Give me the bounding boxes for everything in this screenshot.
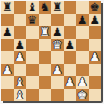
square-b8[interactable] — [14, 1, 27, 14]
square-f2[interactable]: ♟ — [64, 76, 77, 89]
black-rook[interactable]: ♜ — [52, 1, 62, 13]
white-bishop[interactable]: ♝ — [15, 76, 25, 88]
square-g6[interactable] — [76, 26, 89, 39]
black-king[interactable]: ♚ — [90, 1, 100, 13]
square-h6[interactable] — [89, 26, 102, 39]
black-queen[interactable]: ♛ — [27, 14, 37, 26]
white-bishop[interactable]: ♝ — [15, 89, 25, 101]
square-h2[interactable] — [89, 76, 102, 89]
square-a5[interactable] — [1, 39, 14, 52]
square-e4[interactable] — [51, 51, 64, 64]
square-a6[interactable]: ♟ — [1, 26, 14, 39]
black-pawn[interactable]: ♟ — [15, 39, 25, 51]
square-d8[interactable]: ♞ — [39, 1, 52, 14]
square-g7[interactable]: ♟ — [76, 14, 89, 27]
white-queen[interactable]: ♛ — [52, 39, 62, 51]
square-b6[interactable] — [14, 26, 27, 39]
square-f7[interactable] — [64, 14, 77, 27]
square-a7[interactable] — [1, 14, 14, 27]
square-f5[interactable]: ♟ — [64, 39, 77, 52]
square-e2[interactable] — [51, 76, 64, 89]
square-h8[interactable]: ♚ — [89, 1, 102, 14]
white-pawn[interactable]: ♟ — [52, 64, 62, 76]
square-g2[interactable]: ♟ — [76, 76, 89, 89]
square-d1[interactable] — [39, 89, 52, 102]
square-e7[interactable] — [51, 14, 64, 27]
white-pawn[interactable]: ♟ — [2, 64, 12, 76]
square-a3[interactable]: ♟ — [1, 64, 14, 77]
black-knight[interactable]: ♞ — [40, 1, 50, 13]
black-pawn[interactable]: ♟ — [77, 14, 87, 26]
square-d2[interactable] — [39, 76, 52, 89]
square-c3[interactable] — [26, 64, 39, 77]
square-c2[interactable] — [26, 76, 39, 89]
square-g4[interactable] — [76, 51, 89, 64]
square-c6[interactable] — [26, 26, 39, 39]
white-rook[interactable]: ♜ — [40, 26, 50, 38]
square-c5[interactable] — [26, 39, 39, 52]
black-bishop[interactable]: ♝ — [27, 1, 37, 13]
square-b4[interactable]: ♟ — [14, 51, 27, 64]
white-pawn[interactable]: ♟ — [77, 76, 87, 88]
square-e5[interactable]: ♛ — [51, 39, 64, 52]
chess-board: ♜♝♞♜♚♛♟♟♟♜♟♟♛♟♟♟♟♟♝♟♟♝♚ — [1, 1, 101, 101]
chess-board-window: ♜♝♞♜♚♛♟♟♟♜♟♟♛♟♟♟♟♟♝♟♟♝♚ — [0, 0, 104, 104]
black-pawn[interactable]: ♟ — [52, 26, 62, 38]
square-h3[interactable] — [89, 64, 102, 77]
square-b7[interactable] — [14, 14, 27, 27]
square-c7[interactable]: ♛ — [26, 14, 39, 27]
white-pawn[interactable]: ♟ — [90, 51, 100, 63]
black-pawn[interactable]: ♟ — [65, 39, 75, 51]
square-f4[interactable] — [64, 51, 77, 64]
square-g1[interactable]: ♚ — [76, 89, 89, 102]
square-b5[interactable]: ♟ — [14, 39, 27, 52]
square-d3[interactable] — [39, 64, 52, 77]
square-a1[interactable] — [1, 89, 14, 102]
square-g8[interactable] — [76, 1, 89, 14]
square-d6[interactable]: ♜ — [39, 26, 52, 39]
black-pawn[interactable]: ♟ — [2, 26, 12, 38]
square-b2[interactable]: ♝ — [14, 76, 27, 89]
square-e8[interactable]: ♜ — [51, 1, 64, 14]
square-b3[interactable] — [14, 64, 27, 77]
square-a2[interactable] — [1, 76, 14, 89]
square-f3[interactable] — [64, 64, 77, 77]
square-g3[interactable] — [76, 64, 89, 77]
square-d4[interactable] — [39, 51, 52, 64]
square-c1[interactable] — [26, 89, 39, 102]
square-c8[interactable]: ♝ — [26, 1, 39, 14]
square-e6[interactable]: ♟ — [51, 26, 64, 39]
square-d7[interactable] — [39, 14, 52, 27]
square-a4[interactable] — [1, 51, 14, 64]
square-a8[interactable]: ♜ — [1, 1, 14, 14]
square-f8[interactable] — [64, 1, 77, 14]
square-d5[interactable] — [39, 39, 52, 52]
square-h5[interactable] — [89, 39, 102, 52]
white-pawn[interactable]: ♟ — [65, 76, 75, 88]
square-h7[interactable]: ♟ — [89, 14, 102, 27]
white-pawn[interactable]: ♟ — [15, 51, 25, 63]
black-pawn[interactable]: ♟ — [90, 14, 100, 26]
square-g5[interactable] — [76, 39, 89, 52]
square-e1[interactable] — [51, 89, 64, 102]
square-f1[interactable] — [64, 89, 77, 102]
square-h4[interactable]: ♟ — [89, 51, 102, 64]
square-c4[interactable] — [26, 51, 39, 64]
black-rook[interactable]: ♜ — [2, 1, 12, 13]
square-b1[interactable]: ♝ — [14, 89, 27, 102]
white-king[interactable]: ♚ — [77, 89, 87, 101]
square-e3[interactable]: ♟ — [51, 64, 64, 77]
square-h1[interactable] — [89, 89, 102, 102]
square-f6[interactable] — [64, 26, 77, 39]
